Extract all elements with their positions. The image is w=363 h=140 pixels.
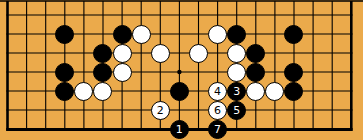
white-stone bbox=[74, 82, 93, 101]
white-stone bbox=[227, 63, 246, 82]
black-stone bbox=[284, 63, 303, 82]
black-stone bbox=[246, 63, 265, 82]
move-number-label: 6 bbox=[214, 104, 221, 115]
black-stone-move-1: 1 bbox=[170, 120, 189, 139]
black-stone bbox=[93, 63, 112, 82]
move-number-label: 2 bbox=[157, 104, 164, 115]
go-board-diagram: 4326517 bbox=[0, 0, 363, 140]
white-stone-move-6: 6 bbox=[208, 101, 227, 120]
black-stone bbox=[55, 82, 74, 101]
white-stone bbox=[208, 25, 227, 44]
white-stone bbox=[151, 44, 170, 63]
white-stone-move-4: 4 bbox=[208, 82, 227, 101]
black-stone bbox=[55, 63, 74, 82]
move-number-label: 1 bbox=[176, 123, 183, 134]
white-stone bbox=[93, 82, 112, 101]
black-stone-move-7: 7 bbox=[208, 120, 227, 139]
black-stone bbox=[55, 25, 74, 44]
black-stone bbox=[284, 82, 303, 101]
white-stone bbox=[113, 44, 132, 63]
black-stone bbox=[113, 25, 132, 44]
white-stone bbox=[132, 25, 151, 44]
black-stone bbox=[227, 25, 246, 44]
white-stone bbox=[189, 44, 208, 63]
black-stone bbox=[284, 25, 303, 44]
black-stone-move-5: 5 bbox=[227, 101, 246, 120]
black-stone bbox=[93, 44, 112, 63]
white-stone bbox=[246, 82, 265, 101]
white-stone bbox=[113, 63, 132, 82]
move-number-label: 4 bbox=[214, 85, 221, 96]
stones-layer: 4326517 bbox=[0, 6, 361, 139]
black-stone-move-3: 3 bbox=[227, 82, 246, 101]
white-stone-move-2: 2 bbox=[151, 101, 170, 120]
move-number-label: 5 bbox=[233, 104, 240, 115]
black-stone bbox=[246, 44, 265, 63]
black-stone bbox=[170, 82, 189, 101]
move-number-label: 3 bbox=[233, 85, 240, 96]
white-stone bbox=[227, 44, 246, 63]
white-stone bbox=[265, 82, 284, 101]
move-number-label: 7 bbox=[214, 123, 221, 134]
